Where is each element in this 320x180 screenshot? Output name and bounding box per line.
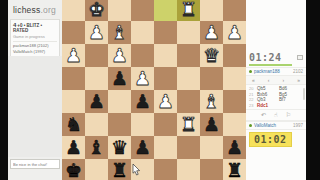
lichess-logo[interactable]: lichess.org [8,0,62,18]
move-nav-row: «‹›» [246,76,306,85]
square-d5[interactable]: ♟ [154,90,177,113]
white-pawn: ♟ [108,44,131,67]
online-dot [249,70,252,73]
white-queen: ♛ [200,44,223,67]
square-a2[interactable]: ♟ [223,21,246,44]
white-pawn: ♟ [200,21,223,44]
square-b4[interactable] [200,67,223,90]
white-pawn: ♟ [85,21,108,44]
square-e5[interactable]: ♟ [131,90,154,113]
square-f4[interactable]: ♟ [108,67,131,90]
square-g2[interactable]: ♟ [85,21,108,44]
square-g7[interactable]: ♝ [85,136,108,159]
nav-prev-button[interactable]: ‹ [268,77,270,83]
chat-input[interactable] [10,159,60,169]
square-a1[interactable] [223,0,246,21]
top-player-rating: 2102 [293,69,303,74]
panel-top-spacer [246,0,306,51]
players-list: packman188 (2102) ValloMatch (1997) [13,41,57,54]
square-c4[interactable] [177,67,200,90]
square-c5[interactable] [177,90,200,113]
game-info-box: 4+0 • BLITZ • RATED Game in progress pac… [10,19,60,57]
black-knight: ♞ [62,113,85,136]
square-f8[interactable]: ♜ [108,159,131,180]
top-clock-row: 01:24 [246,51,306,63]
black-pawn: ♟ [85,90,108,113]
square-b2[interactable]: ♟ [200,21,223,44]
square-b3[interactable]: ♛ [200,44,223,67]
square-c8[interactable] [177,159,200,180]
mouse-cursor [132,164,141,176]
square-d2[interactable] [154,21,177,44]
square-b7[interactable] [200,136,223,159]
square-b6[interactable]: ♟ [200,113,223,136]
black-rook: ♜ [223,159,246,180]
square-f3[interactable]: ♟ [108,44,131,67]
top-player-name[interactable]: packman188 [254,69,291,74]
nav-next-button[interactable]: › [283,77,285,83]
move-number: 23 [249,103,257,109]
square-f6[interactable] [108,113,131,136]
square-c7[interactable] [177,136,200,159]
square-a5[interactable] [223,90,246,113]
square-h5[interactable] [62,90,85,113]
square-b5[interactable]: ♝ [200,90,223,113]
bottom-clock-row: 01:02 [246,130,306,147]
game-panel: 01:24 packman188 2102 «‹›» 20Qb5Bd621Bxb… [246,0,306,180]
square-e3[interactable] [131,44,154,67]
square-b1[interactable] [200,0,223,21]
black-pawn: ♟ [131,90,154,113]
thumbs-up-icon[interactable]: ☝ [274,111,278,118]
white-pawn: ♟ [131,67,154,90]
time-progress-bar [249,64,292,66]
white-pawn: ♟ [62,44,85,67]
resign-flag-icon[interactable]: ⚐ [286,111,291,118]
app-frame: lichess.org 4+0 • BLITZ • RATED Game in … [0,0,320,180]
black-pawn: ♟ [131,136,154,159]
square-c1[interactable]: ♜ [177,0,200,21]
white-pawn: ♟ [223,21,246,44]
top-player-row: packman188 2102 [246,67,306,76]
window-icon[interactable] [297,55,303,60]
square-a6[interactable] [223,113,246,136]
square-d6[interactable] [154,113,177,136]
square-e1[interactable] [131,0,154,21]
white-pawn: ♟ [154,90,177,113]
black-pawn: ♟ [223,136,246,159]
left-sidebar: lichess.org 4+0 • BLITZ • RATED Game in … [8,0,62,180]
square-g8[interactable] [85,159,108,180]
white-bishop: ♝ [108,21,131,44]
online-dot [249,124,252,127]
square-h1[interactable] [62,0,85,21]
black-pawn: ♟ [62,136,85,159]
square-h7[interactable]: ♟ [62,136,85,159]
nav-last-button[interactable]: » [297,77,300,83]
square-a4[interactable] [223,67,246,90]
square-h6[interactable]: ♞ [62,113,85,136]
square-e7[interactable]: ♟ [131,136,154,159]
bottom-player-rating: 1997 [293,123,303,128]
square-c2[interactable] [177,21,200,44]
white-king: ♚ [85,0,108,21]
game-info-header: 4+0 • BLITZ • RATED [13,22,57,33]
black-player-line[interactable]: ValloMatch (1997) [13,49,57,55]
square-e2[interactable] [131,21,154,44]
square-f7[interactable]: ♛ [108,136,131,159]
white-move[interactable]: Rdc1 [257,103,279,109]
bottom-player-row: ValloMatch 1997 [246,121,306,130]
chess-board: ♚♜♟♝♟♟♟♟♛♟♟♟♟♟♝♞♜♟♟♝♛♟♟♚♜♜ [62,0,246,180]
move-row: 23Rdc1 [249,103,304,109]
square-a8[interactable]: ♜ [223,159,246,180]
bottom-player-name[interactable]: ValloMatch [254,123,291,128]
square-d8[interactable] [154,159,177,180]
square-e6[interactable] [131,113,154,136]
square-d3[interactable] [154,44,177,67]
square-f2[interactable]: ♝ [108,21,131,44]
square-g4[interactable] [85,67,108,90]
black-pawn: ♟ [200,113,223,136]
square-d1[interactable] [154,0,177,21]
square-g1[interactable]: ♚ [85,0,108,21]
square-c3[interactable] [177,44,200,67]
black-bishop: ♝ [85,136,108,159]
black-rook: ♜ [108,159,131,180]
top-clock: 01:24 [249,52,282,63]
square-g6[interactable] [85,113,108,136]
square-f1[interactable] [108,0,131,21]
black-move[interactable] [279,103,301,109]
square-h4[interactable] [62,67,85,90]
square-a7[interactable]: ♟ [223,136,246,159]
square-h3[interactable]: ♟ [62,44,85,67]
logo-suffix: .org [40,5,55,15]
white-rook: ♜ [177,0,200,21]
game-info-subheader: Game in progress [13,34,57,39]
black-king: ♚ [62,159,85,180]
move-list: 20Qb5Bd621Bxb6Bg522Qb3Bf723Rdc1 [246,85,306,109]
square-a3[interactable] [223,44,246,67]
scrollbar-thumb[interactable] [303,88,305,100]
chat-messages-area [8,56,62,157]
square-g5[interactable]: ♟ [85,90,108,113]
white-bishop: ♝ [200,90,223,113]
square-h2[interactable] [62,21,85,44]
square-c6[interactable]: ♜ [177,113,200,136]
black-pawn: ♟ [108,67,131,90]
game-actions-row: ↶☝⚐ [246,109,306,121]
square-g3[interactable] [85,44,108,67]
square-e4[interactable]: ♟ [131,67,154,90]
nav-first-button[interactable]: « [252,77,255,83]
square-d7[interactable] [154,136,177,159]
bottom-clock-active: 01:02 [249,132,292,147]
black-queen: ♛ [108,136,131,159]
logo-text: lichess [13,5,40,15]
square-h8[interactable]: ♚ [62,159,85,180]
takeback-icon[interactable]: ↶ [261,111,266,118]
white-rook: ♜ [177,113,200,136]
square-d4[interactable] [154,67,177,90]
square-b8[interactable] [200,159,223,180]
square-f5[interactable] [108,90,131,113]
